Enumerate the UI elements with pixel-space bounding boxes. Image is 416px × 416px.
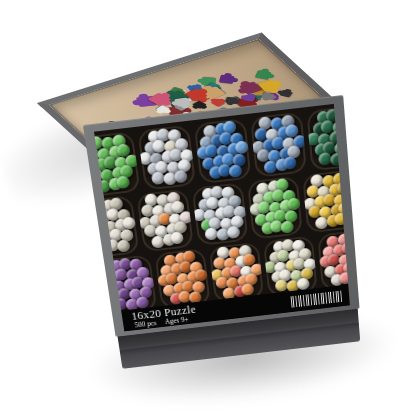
ball-cup-cool-white-green bbox=[192, 182, 249, 246]
golf-ball bbox=[345, 139, 349, 153]
golf-ball bbox=[337, 129, 349, 143]
ball-cup-dark-green bbox=[306, 105, 348, 171]
golf-ball bbox=[228, 164, 242, 178]
golf-ball bbox=[334, 212, 347, 225]
puzzle-piece bbox=[255, 70, 272, 80]
puzzle-piece bbox=[261, 92, 275, 100]
golf-ball bbox=[344, 192, 348, 205]
golf-ball bbox=[343, 118, 348, 132]
golf-ball bbox=[345, 231, 348, 244]
golf-ball bbox=[280, 220, 294, 233]
golf-ball bbox=[336, 181, 348, 195]
ball-cup-purple bbox=[100, 254, 157, 310]
ball-cup-light-green-white bbox=[247, 176, 303, 240]
barcode bbox=[291, 291, 343, 308]
golf-ball bbox=[329, 153, 343, 167]
puzzle-piece bbox=[279, 90, 293, 98]
piece-count-label: 500 pcs bbox=[134, 319, 157, 329]
golf-ball bbox=[287, 197, 301, 210]
age-rating-label: Ages 9+ bbox=[164, 315, 189, 325]
golf-ball bbox=[235, 140, 249, 154]
golf-ball bbox=[116, 239, 130, 252]
golf-ball bbox=[94, 212, 101, 225]
puzzle-piece bbox=[156, 105, 171, 113]
puzzle-piece bbox=[210, 98, 225, 106]
ball-cup-blue-gray-mix bbox=[250, 112, 307, 178]
puzzle-piece bbox=[219, 75, 235, 84]
golf-ball bbox=[94, 160, 98, 174]
golf-ball bbox=[241, 283, 254, 296]
golf-ball bbox=[122, 216, 136, 229]
golf-ball bbox=[340, 150, 348, 164]
ball-cup-white-gray bbox=[137, 125, 196, 191]
ball-cup-yellow-white bbox=[302, 169, 348, 233]
ball-cup-salmon-white bbox=[317, 229, 348, 291]
product-photo-scene: 16x20 Puzzle 500 pcsAges 9+ bbox=[0, 0, 416, 416]
puzzle-artwork: 16x20 Puzzle 500 pcsAges 9+ bbox=[94, 104, 350, 331]
puzzle-piece bbox=[225, 97, 238, 104]
box-lid-top-face: 16x20 Puzzle 500 pcsAges 9+ bbox=[83, 95, 360, 337]
ball-cup-white-with-orange bbox=[136, 189, 194, 253]
golf-ball bbox=[94, 222, 99, 235]
golf-balls-photo bbox=[94, 104, 348, 311]
golf-ball bbox=[336, 109, 348, 123]
ball-cup-warm-white bbox=[94, 195, 140, 258]
golf-ball bbox=[94, 232, 104, 245]
golf-ball bbox=[283, 156, 297, 170]
golf-ball bbox=[101, 279, 115, 292]
ball-cup-blue bbox=[194, 118, 252, 184]
golf-ball bbox=[94, 201, 105, 215]
puzzle-box-lid: 16x20 Puzzle 500 pcsAges 9+ bbox=[83, 95, 362, 369]
golf-ball bbox=[94, 220, 106, 233]
golf-ball bbox=[194, 269, 208, 282]
golf-ball bbox=[97, 241, 111, 254]
ball-cup-bright-green bbox=[94, 131, 141, 197]
golf-ball bbox=[226, 226, 240, 239]
